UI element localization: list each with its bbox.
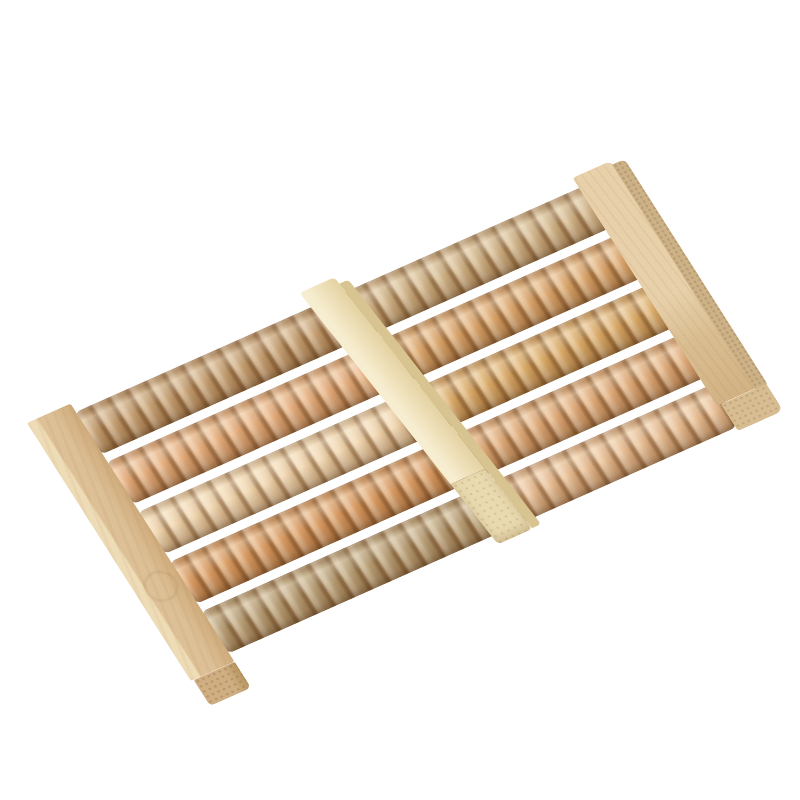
left-rail-foot <box>194 662 252 706</box>
photo-canvas <box>0 0 800 800</box>
wooden-foot-massager <box>30 159 794 681</box>
